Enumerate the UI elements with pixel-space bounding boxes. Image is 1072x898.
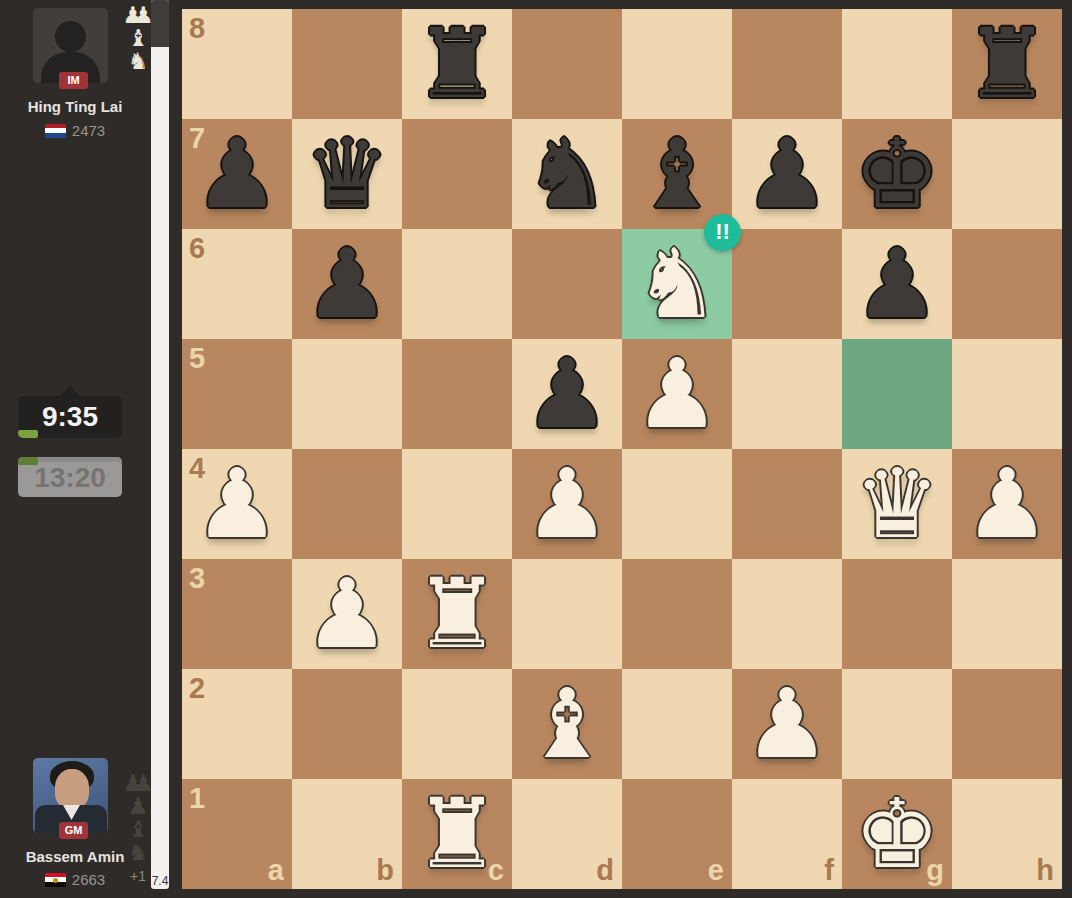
title-badge-top: IM	[59, 72, 88, 89]
square-e2[interactable]	[622, 669, 732, 779]
square-c5[interactable]	[402, 339, 512, 449]
square-f6[interactable]	[732, 229, 842, 339]
square-f5[interactable]	[732, 339, 842, 449]
country-flag-netherlands	[45, 124, 66, 138]
square-d8[interactable]	[512, 9, 622, 119]
rank-label-1: 1	[189, 784, 205, 813]
square-f1[interactable]: f	[732, 779, 842, 889]
square-a5[interactable]: 5	[182, 339, 292, 449]
player-rating-bottom: 2663	[72, 871, 105, 888]
rank-label-2: 2	[189, 674, 205, 703]
app-window: IM Hing Ting Lai 2473 ♟♟♝♞ 9:35 13:20 GM…	[0, 0, 1072, 898]
piece-black-pawn[interactable]: ♟	[182, 119, 292, 229]
piece-white-rook[interactable]: ♜	[402, 779, 512, 889]
square-e7[interactable]: ♝	[622, 119, 732, 229]
piece-black-rook[interactable]: ♜	[952, 9, 1062, 119]
square-d2[interactable]: ♝	[512, 669, 622, 779]
piece-black-rook[interactable]: ♜	[402, 9, 512, 119]
square-c6[interactable]	[402, 229, 512, 339]
square-b7[interactable]: ♛	[292, 119, 402, 229]
rank-label-5: 5	[189, 344, 205, 373]
captured-pieces-top: ♟♟♝♞	[123, 4, 153, 73]
square-b2[interactable]	[292, 669, 402, 779]
square-g8[interactable]	[842, 9, 952, 119]
brilliant-move-badge: !!	[704, 214, 741, 251]
piece-white-pawn[interactable]: ♟	[182, 449, 292, 559]
captured-pawn-pair-icon: ♟♟	[122, 4, 153, 27]
file-label-f: f	[824, 856, 834, 885]
portrait-photo	[55, 769, 89, 809]
square-h3[interactable]	[952, 559, 1062, 669]
square-a4[interactable]: 4♟	[182, 449, 292, 559]
square-h4[interactable]: ♟	[952, 449, 1062, 559]
square-a8[interactable]: 8	[182, 9, 292, 119]
piece-white-pawn[interactable]: ♟	[512, 449, 622, 559]
square-b5[interactable]	[292, 339, 402, 449]
square-h7[interactable]	[952, 119, 1062, 229]
square-e5[interactable]: ♟	[622, 339, 732, 449]
square-h6[interactable]	[952, 229, 1062, 339]
square-f3[interactable]	[732, 559, 842, 669]
title-badge-bottom: GM	[59, 822, 88, 839]
green-status-chip	[18, 457, 38, 465]
square-e6[interactable]: ♞!!	[622, 229, 732, 339]
square-g2[interactable]	[842, 669, 952, 779]
piece-black-bishop[interactable]: ♝	[622, 119, 732, 229]
captured-knight-icon: ♞	[128, 50, 149, 73]
square-b3[interactable]: ♟	[292, 559, 402, 669]
square-a6[interactable]: 6	[182, 229, 292, 339]
square-d4[interactable]: ♟	[512, 449, 622, 559]
captured-pawn-pair-icon: ♟♟	[122, 772, 153, 795]
green-status-chip	[18, 430, 38, 438]
piece-black-pawn[interactable]: ♟	[842, 229, 952, 339]
square-e4[interactable]	[622, 449, 732, 559]
square-a3[interactable]: 3	[182, 559, 292, 669]
square-h2[interactable]	[952, 669, 1062, 779]
square-c3[interactable]: ♜	[402, 559, 512, 669]
player-rating-top: 2473	[72, 122, 105, 139]
piece-black-pawn[interactable]: ♟	[512, 339, 622, 449]
file-label-a: a	[268, 856, 284, 885]
evaluation-bar: 7.4	[151, 0, 169, 889]
active-clock-notch	[60, 386, 80, 396]
square-d6[interactable]	[512, 229, 622, 339]
file-label-d: d	[596, 856, 614, 885]
square-a7[interactable]: 7♟	[182, 119, 292, 229]
clock-top-time: 9:35	[42, 401, 98, 432]
captured-knight-icon: ♞	[128, 841, 149, 864]
country-flag-egypt	[45, 873, 66, 887]
square-g4[interactable]: ♛	[842, 449, 952, 559]
file-label-h: h	[1036, 856, 1054, 885]
file-label-b: b	[376, 856, 394, 885]
square-c7[interactable]	[402, 119, 512, 229]
square-a2[interactable]: 2	[182, 669, 292, 779]
square-h5[interactable]	[952, 339, 1062, 449]
square-f2[interactable]: ♟	[732, 669, 842, 779]
clock-bottom-time: 13:20	[34, 462, 106, 493]
clock-bottom: 13:20	[18, 457, 122, 497]
square-d3[interactable]	[512, 559, 622, 669]
square-h8[interactable]: ♜	[952, 9, 1062, 119]
square-c1[interactable]: c♜	[402, 779, 512, 889]
square-d5[interactable]: ♟	[512, 339, 622, 449]
square-e3[interactable]	[622, 559, 732, 669]
piece-black-pawn[interactable]: ♟	[292, 229, 402, 339]
square-g5[interactable]	[842, 339, 952, 449]
square-d1[interactable]: d	[512, 779, 622, 889]
clock-top: 9:35	[18, 396, 122, 438]
piece-black-pawn[interactable]: ♟	[732, 119, 842, 229]
square-c8[interactable]: ♜	[402, 9, 512, 119]
chess-board: 8♜♜7♟♛♞♝♟♚6♟♞!!♟5♟♟4♟♟♛♟3♟♜2♝♟1abc♜defg♚…	[182, 9, 1062, 889]
square-g7[interactable]: ♚	[842, 119, 952, 229]
file-label-e: e	[708, 856, 724, 885]
captured-pieces-bottom: ♟♟♟♝♞+1	[123, 772, 153, 883]
square-c4[interactable]	[402, 449, 512, 559]
square-a1[interactable]: 1a	[182, 779, 292, 889]
captured-bishop-icon: ♝	[128, 27, 149, 50]
square-b6[interactable]: ♟	[292, 229, 402, 339]
person-icon	[55, 21, 86, 52]
square-b8[interactable]	[292, 9, 402, 119]
rank-label-8: 8	[189, 14, 205, 43]
piece-white-bishop[interactable]: ♝	[512, 669, 622, 779]
game-sidebar: IM Hing Ting Lai 2473 ♟♟♝♞ 9:35 13:20 GM…	[0, 0, 150, 898]
square-e1[interactable]: e	[622, 779, 732, 889]
evaluation-score: 7.4	[151, 874, 169, 888]
player-name-top[interactable]: Hing Ting Lai	[0, 98, 150, 115]
piece-white-queen[interactable]: ♛	[842, 449, 952, 559]
square-b4[interactable]	[292, 449, 402, 559]
square-e8[interactable]	[622, 9, 732, 119]
square-g3[interactable]	[842, 559, 952, 669]
evaluation-bar-black-section	[151, 0, 169, 47]
square-g6[interactable]: ♟	[842, 229, 952, 339]
piece-black-queen[interactable]: ♛	[292, 119, 402, 229]
captured-bishop-icon: ♝	[128, 818, 149, 841]
square-g1[interactable]: g♚	[842, 779, 952, 889]
square-f7[interactable]: ♟	[732, 119, 842, 229]
material-score: +1	[130, 869, 146, 883]
piece-white-king[interactable]: ♚	[842, 779, 952, 889]
square-d7[interactable]: ♞	[512, 119, 622, 229]
square-f4[interactable]	[732, 449, 842, 559]
piece-white-pawn[interactable]: ♟	[622, 339, 732, 449]
rank-label-3: 3	[189, 564, 205, 593]
piece-white-pawn[interactable]: ♟	[732, 669, 842, 779]
square-b1[interactable]: b	[292, 779, 402, 889]
piece-white-rook[interactable]: ♜	[402, 559, 512, 669]
piece-black-knight[interactable]: ♞	[512, 119, 622, 229]
rank-label-6: 6	[189, 234, 205, 263]
square-c2[interactable]	[402, 669, 512, 779]
piece-white-pawn[interactable]: ♟	[292, 559, 402, 669]
piece-white-pawn[interactable]: ♟	[952, 449, 1062, 559]
captured-pawn-icon: ♟	[128, 795, 149, 818]
square-f8[interactable]	[732, 9, 842, 119]
piece-black-king[interactable]: ♚	[842, 119, 952, 229]
square-h1[interactable]: h	[952, 779, 1062, 889]
